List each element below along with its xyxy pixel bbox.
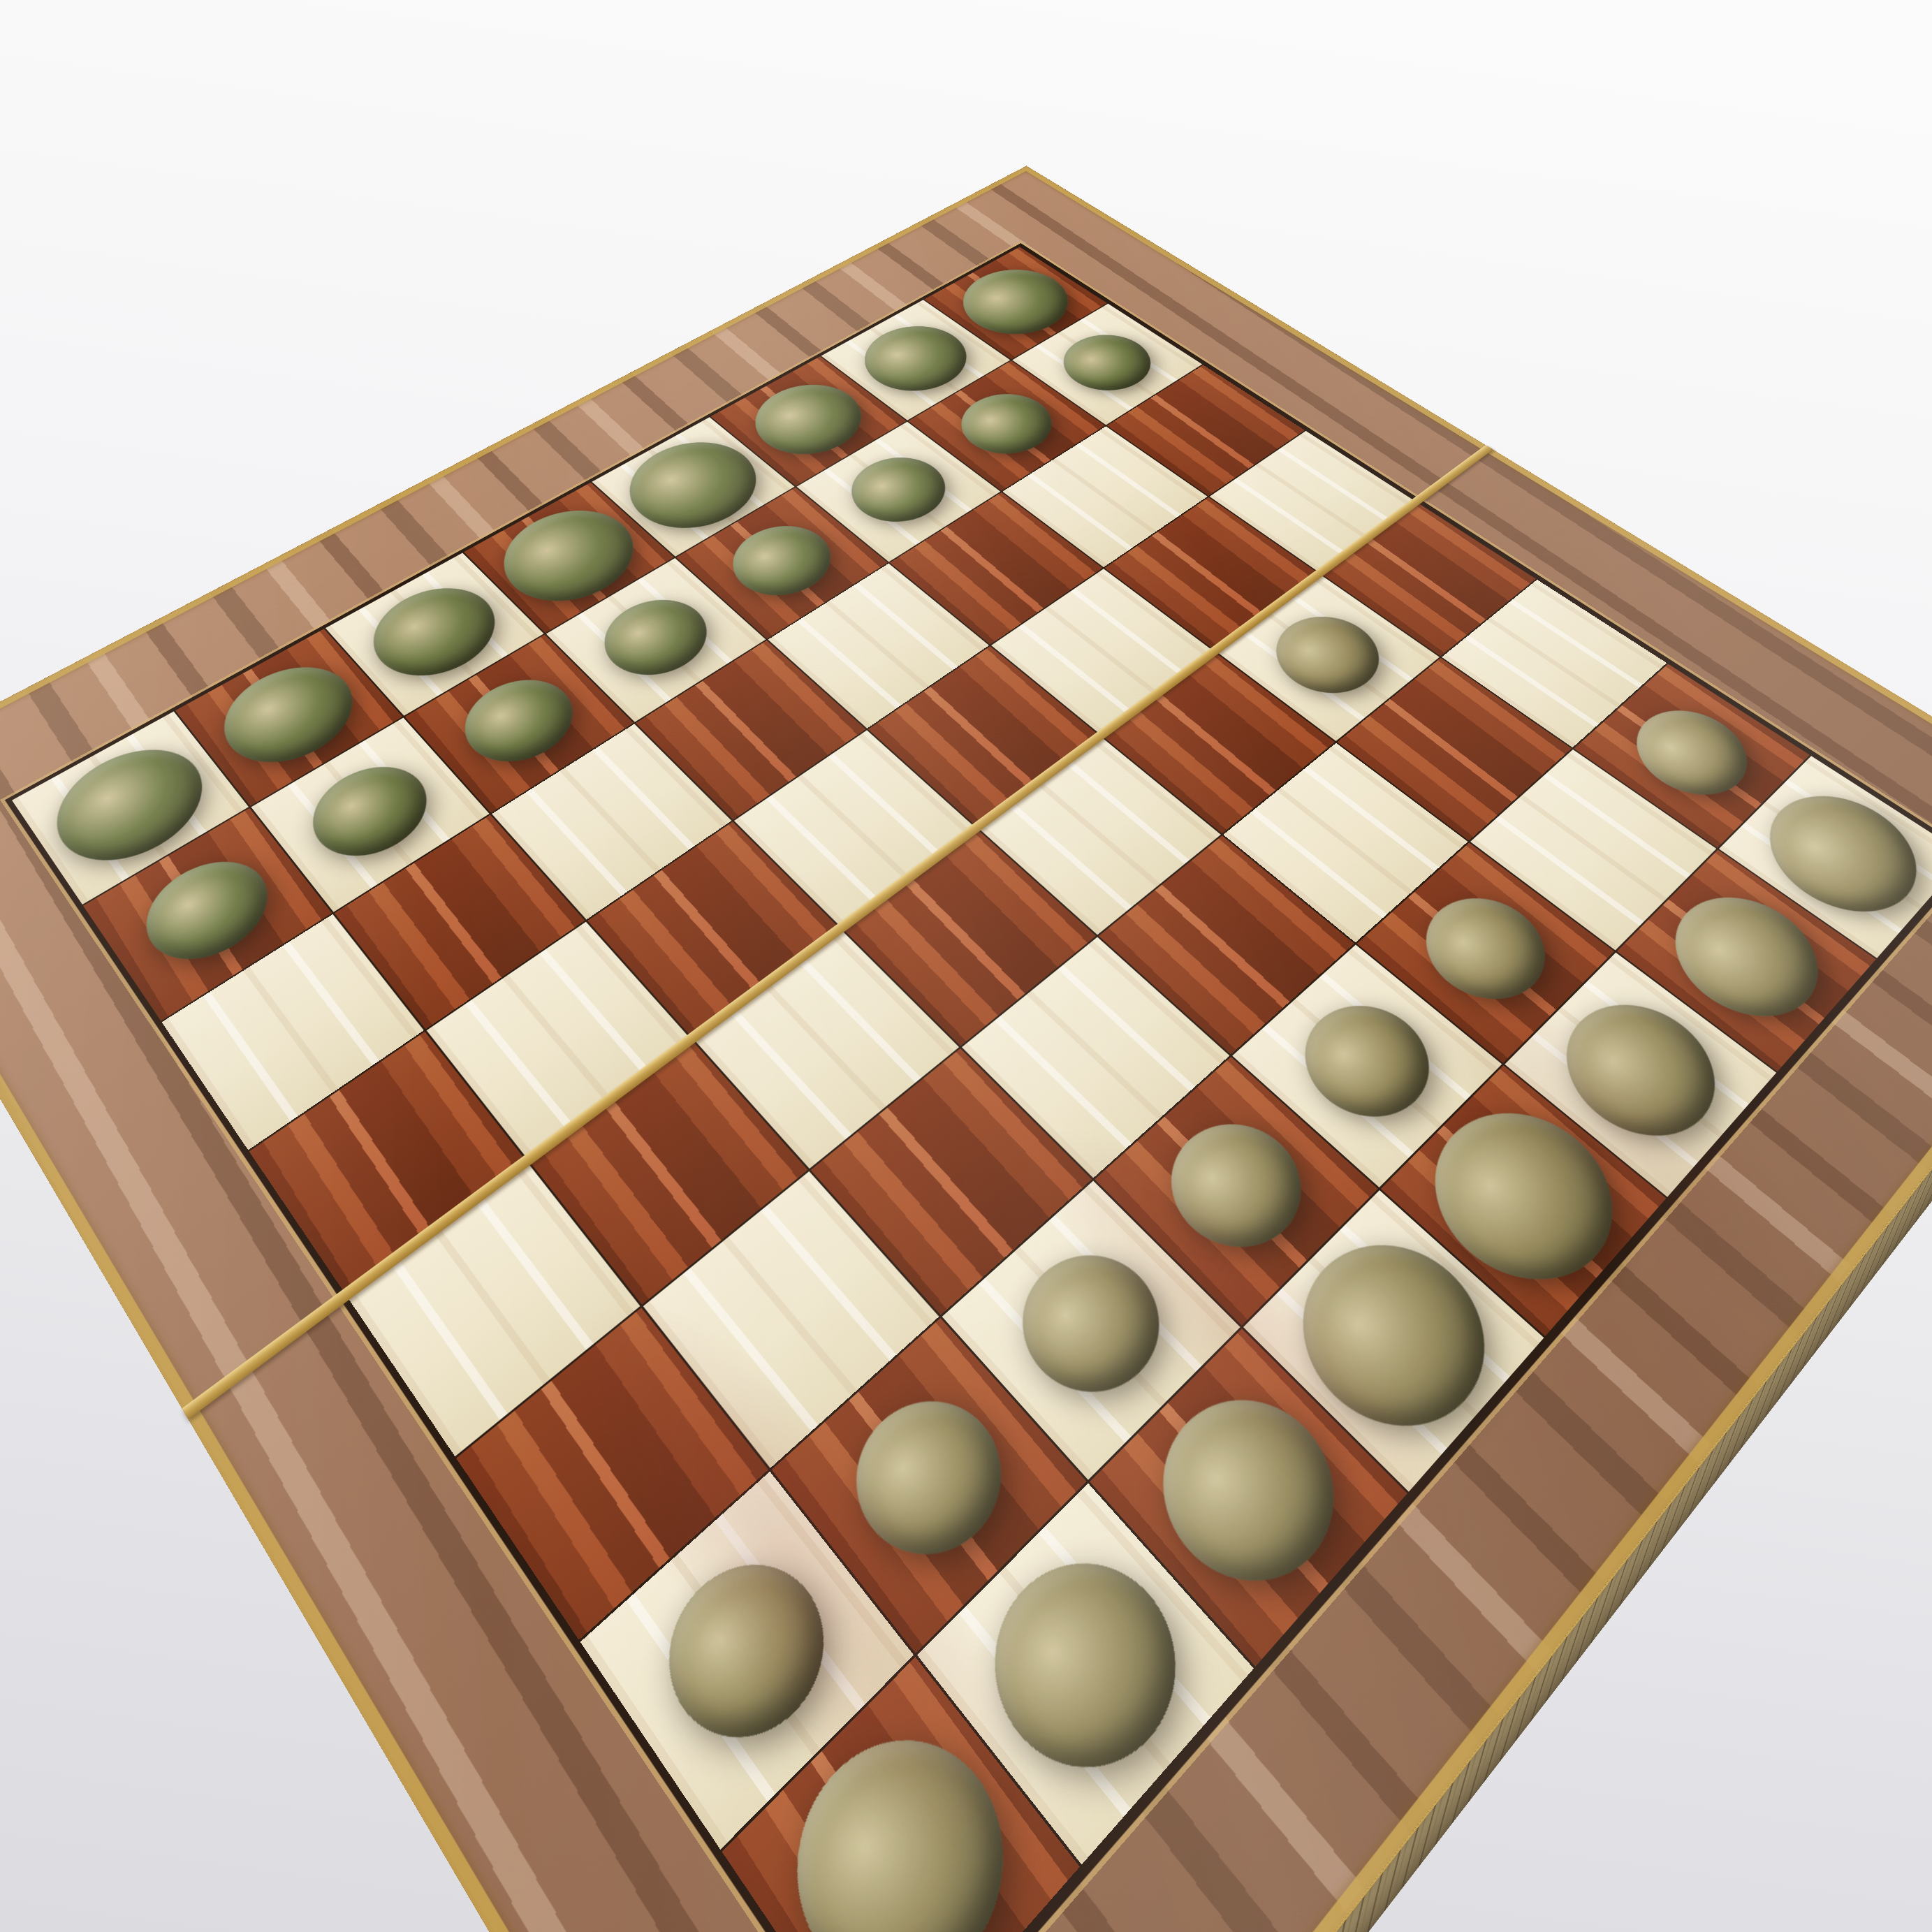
pawn-glyph: ♟	[90, 414, 324, 664]
playing-area: ♜♜♞♞♝♝♛♛♚♚♝♝♞♞♜♜♟♟♟♟♟♟♟♟♟♟♟♟♟♟♟♟♟♟♟♟♟♟♟♟…	[10, 246, 1932, 1932]
pawn-reflection: ♟	[90, 663, 324, 913]
rook-glyph: ♜	[676, 907, 1124, 1387]
board-squares: ♜♜♞♞♝♝♛♛♚♚♝♝♞♞♜♜♟♟♟♟♟♟♟♟♟♟♟♟♟♟♟♟♟♟♟♟♟♟♟♟…	[12, 247, 1932, 1932]
square-a1: ♜♜	[722, 1657, 1079, 1932]
rook-reflection: ♜	[676, 1384, 1124, 1864]
scene: ♜♜♞♞♝♝♛♛♚♚♝♝♞♞♜♜♟♟♟♟♟♟♟♟♟♟♟♟♟♟♟♟♟♟♟♟♟♟♟♟…	[0, 0, 1932, 1932]
chessboard: ♜♜♞♞♝♝♛♛♚♚♝♝♞♞♜♜♟♟♟♟♟♟♟♟♟♟♟♟♟♟♟♟♟♟♟♟♟♟♟♟…	[0, 166, 1932, 1932]
board-frame: ♜♜♞♞♝♝♛♛♚♚♝♝♞♞♜♜♟♟♟♟♟♟♟♟♟♟♟♟♟♟♟♟♟♟♟♟♟♟♟♟…	[0, 166, 1932, 1932]
